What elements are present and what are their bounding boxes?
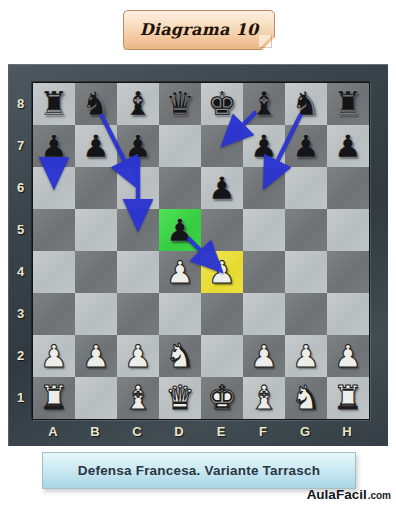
piece-bb-c8: ♝	[123, 83, 153, 125]
rank-labels: 8 7 6 5 4 3 2 1	[9, 82, 32, 418]
square-h6	[327, 167, 369, 209]
piece-wp-e4: ♟	[208, 251, 236, 293]
piece-bq-d8: ♛	[165, 83, 195, 125]
square-e1: ♚	[201, 377, 243, 419]
piece-bp-e6: ♟	[208, 167, 236, 209]
square-h1: ♜	[327, 377, 369, 419]
square-e8: ♚	[201, 83, 243, 125]
square-a6	[33, 167, 75, 209]
file-label-e: E	[200, 418, 242, 445]
square-h7: ♟	[327, 125, 369, 167]
piece-bn-g8: ♞	[291, 83, 321, 125]
square-h3	[327, 293, 369, 335]
square-e6: ♟	[201, 167, 243, 209]
square-c8: ♝	[117, 83, 159, 125]
rank-label-8: 8	[9, 82, 32, 124]
square-h4	[327, 251, 369, 293]
square-b3	[75, 293, 117, 335]
square-d8: ♛	[159, 83, 201, 125]
diagram-title: Diagrama 10	[140, 20, 259, 41]
square-d4: ♟	[159, 251, 201, 293]
square-d3	[159, 293, 201, 335]
square-a1: ♜	[33, 377, 75, 419]
square-d1: ♛	[159, 377, 201, 419]
square-g2: ♟	[285, 335, 327, 377]
square-g4	[285, 251, 327, 293]
square-f7: ♟	[243, 125, 285, 167]
piece-wk-e1: ♚	[207, 377, 237, 419]
square-a8: ♜	[33, 83, 75, 125]
square-b8: ♞	[75, 83, 117, 125]
square-d5: ♟	[159, 209, 201, 251]
square-a2: ♟	[33, 335, 75, 377]
square-f2: ♟	[243, 335, 285, 377]
piece-br-h8: ♜	[333, 83, 363, 125]
file-labels: A B C D E F G H	[32, 418, 368, 445]
square-g3	[285, 293, 327, 335]
square-b6	[75, 167, 117, 209]
piece-bp-g7: ♟	[292, 125, 320, 167]
square-f6	[243, 167, 285, 209]
file-label-c: C	[116, 418, 158, 445]
square-a4	[33, 251, 75, 293]
piece-wp-c2: ♟	[124, 335, 152, 377]
piece-wp-d4: ♟	[166, 251, 194, 293]
brand-tld: .com	[368, 490, 391, 501]
square-g7: ♟	[285, 125, 327, 167]
square-d7	[159, 125, 201, 167]
rank-label-7: 7	[9, 124, 32, 166]
square-c2: ♟	[117, 335, 159, 377]
chess-board: ♜♞♝♛♚♝♞♜♟♟♟♟♟♟♟♟♟♟♟♟♟♞♟♟♟♜♝♛♚♝♞♜	[32, 82, 370, 420]
square-h5	[327, 209, 369, 251]
piece-wn-d2: ♞	[165, 335, 195, 377]
piece-bp-h7: ♟	[334, 125, 362, 167]
piece-wq-d1: ♛	[165, 377, 195, 419]
square-g1: ♞	[285, 377, 327, 419]
rank-label-4: 4	[9, 250, 32, 292]
square-d2: ♞	[159, 335, 201, 377]
piece-bp-f7: ♟	[250, 125, 278, 167]
square-f5	[243, 209, 285, 251]
square-b5	[75, 209, 117, 251]
square-g5	[285, 209, 327, 251]
square-f4	[243, 251, 285, 293]
square-b7: ♟	[75, 125, 117, 167]
file-label-d: D	[158, 418, 200, 445]
square-a3	[33, 293, 75, 335]
square-c1: ♝	[117, 377, 159, 419]
piece-wn-g1: ♞	[291, 377, 321, 419]
square-f8: ♝	[243, 83, 285, 125]
piece-bk-e8: ♚	[207, 83, 237, 125]
file-label-f: F	[242, 418, 284, 445]
piece-bp-b7: ♟	[82, 125, 110, 167]
brand-name: AulaFacil	[307, 487, 367, 502]
square-c7: ♟	[117, 125, 159, 167]
square-c3	[117, 293, 159, 335]
piece-wb-f1: ♝	[249, 377, 279, 419]
square-a5	[33, 209, 75, 251]
square-c5	[117, 209, 159, 251]
piece-bp-c7: ♟	[124, 125, 152, 167]
square-g6	[285, 167, 327, 209]
piece-wr-h1: ♜	[333, 377, 363, 419]
square-c4	[117, 251, 159, 293]
square-g8: ♞	[285, 83, 327, 125]
rank-label-5: 5	[9, 208, 32, 250]
rank-label-1: 1	[9, 376, 32, 418]
piece-bn-b8: ♞	[81, 83, 111, 125]
square-e3	[201, 293, 243, 335]
piece-wp-a2: ♟	[40, 335, 68, 377]
caption-box: Defensa Francesa. Variante Tarrasch	[42, 452, 356, 489]
square-f1: ♝	[243, 377, 285, 419]
aulafacil-site-link[interactable]: AulaFacil .com	[307, 487, 391, 502]
piece-bb-f8: ♝	[249, 83, 279, 125]
square-c6	[117, 167, 159, 209]
square-b1	[75, 377, 117, 419]
file-label-a: A	[32, 418, 74, 445]
caption-text: Defensa Francesa. Variante Tarrasch	[78, 463, 320, 478]
square-h8: ♜	[327, 83, 369, 125]
piece-wp-h2: ♟	[334, 335, 362, 377]
piece-wb-c1: ♝	[123, 377, 153, 419]
diagram-title-banner: Diagrama 10	[123, 10, 275, 50]
file-label-g: G	[284, 418, 326, 445]
piece-wp-g2: ♟	[292, 335, 320, 377]
rank-label-6: 6	[9, 166, 32, 208]
piece-wp-b2: ♟	[82, 335, 110, 377]
board-squares: ♜♞♝♛♚♝♞♜♟♟♟♟♟♟♟♟♟♟♟♟♟♞♟♟♟♜♝♛♚♝♞♜	[33, 83, 369, 419]
file-label-b: B	[74, 418, 116, 445]
square-e4: ♟	[201, 251, 243, 293]
square-e7	[201, 125, 243, 167]
banner-fold-corner-decoration	[259, 35, 272, 48]
piece-bp-a7: ♟	[40, 125, 68, 167]
rank-label-3: 3	[9, 292, 32, 334]
piece-wp-f2: ♟	[250, 335, 278, 377]
square-b4	[75, 251, 117, 293]
square-f3	[243, 293, 285, 335]
square-e5	[201, 209, 243, 251]
rank-label-2: 2	[9, 334, 32, 376]
chess-board-frame: 8 7 6 5 4 3 2 1 ♜♞♝♛♚♝♞♜♟♟♟♟♟♟♟♟♟♟♟♟♟♞♟♟…	[8, 64, 388, 446]
square-a7: ♟	[33, 125, 75, 167]
piece-br-a8: ♜	[39, 83, 69, 125]
square-d6	[159, 167, 201, 209]
square-b2: ♟	[75, 335, 117, 377]
file-label-h: H	[326, 418, 368, 445]
piece-wr-a1: ♜	[39, 377, 69, 419]
piece-bp-d5: ♟	[166, 209, 194, 251]
square-e2	[201, 335, 243, 377]
square-h2: ♟	[327, 335, 369, 377]
